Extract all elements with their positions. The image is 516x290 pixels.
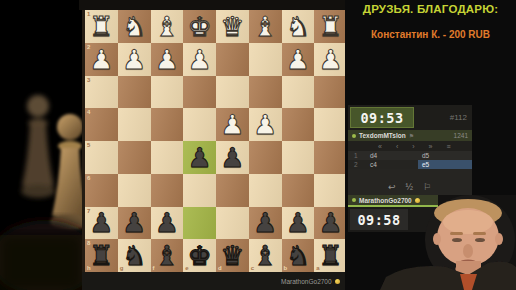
square-d1[interactable]: ♛ — [216, 10, 249, 43]
square-a8[interactable]: ♜a — [314, 239, 347, 272]
square-a6[interactable] — [314, 174, 347, 207]
next-move-icon[interactable]: › — [412, 143, 414, 150]
square-e5[interactable]: ♟ — [183, 141, 216, 174]
square-b1[interactable]: ♞ — [282, 10, 315, 43]
piece-wR: ♜ — [89, 13, 113, 40]
square-e6[interactable] — [183, 174, 216, 207]
square-e3[interactable] — [183, 76, 216, 109]
previous-move-icon[interactable]: ‹ — [396, 143, 398, 150]
piece-bP: ♟ — [286, 209, 310, 236]
top-player-name[interactable]: TexdomMTslon — [359, 132, 406, 139]
square-b3[interactable] — [282, 76, 315, 109]
square-a3[interactable] — [314, 76, 347, 109]
piece-wP: ♟ — [220, 111, 244, 138]
file-label-c: c — [251, 265, 254, 271]
square-h4[interactable]: 4 — [85, 108, 118, 141]
piece-wP: ♟ — [286, 46, 310, 73]
square-e1[interactable]: ♚ — [183, 10, 216, 43]
piece-bB: ♝ — [155, 242, 179, 269]
board-top-edge — [79, 0, 345, 10]
move-white[interactable]: d4 — [366, 152, 418, 159]
square-c2[interactable] — [249, 43, 282, 76]
square-e2[interactable]: ♟ — [183, 43, 216, 76]
file-label-e: e — [185, 265, 188, 271]
square-g1[interactable]: ♞ — [118, 10, 151, 43]
chess-board: ♜1♞♝♚♛♝♞♜♟2♟♟♟♟♟34♟♟5♟♟6♟7♟♟♟♟♟♜h8♞g♝f♚e… — [82, 10, 347, 272]
square-c1[interactable]: ♝ — [249, 10, 282, 43]
piece-bN: ♞ — [122, 242, 146, 269]
piece-bR: ♜ — [89, 242, 113, 269]
rank-label-7: 7 — [87, 208, 90, 214]
jump-to-end-icon[interactable]: » — [429, 143, 433, 150]
webcam-feed — [380, 195, 516, 290]
menu-icon[interactable]: ≡ — [447, 143, 451, 150]
rank-label-1: 1 — [87, 11, 90, 17]
square-d2[interactable] — [216, 43, 249, 76]
square-h7[interactable]: ♟7 — [85, 207, 118, 240]
piece-wN: ♞ — [286, 13, 310, 40]
square-c4[interactable]: ♟ — [249, 108, 282, 141]
smiley-emoji-icon — [335, 279, 340, 284]
online-status-icon — [352, 134, 356, 138]
square-c7[interactable]: ♟ — [249, 207, 282, 240]
donation-entry: Константин К. - 200 RUB — [345, 29, 516, 40]
square-g4[interactable] — [118, 108, 151, 141]
piece-wB: ♝ — [155, 13, 179, 40]
file-label-a: a — [316, 265, 319, 271]
square-d8[interactable]: ♛d — [216, 239, 249, 272]
resign-button[interactable]: ⚐ — [423, 183, 431, 192]
stream-frame: ♜1♞♝♚♛♝♞♜♟2♟♟♟♟♟34♟♟5♟♟6♟7♟♟♟♟♟♜h8♞g♝f♚e… — [0, 0, 516, 290]
square-b6[interactable] — [282, 174, 315, 207]
square-g5[interactable] — [118, 141, 151, 174]
top-player-clock: 09:53 — [350, 107, 414, 128]
piece-wP: ♟ — [319, 46, 343, 73]
move-row-1: 1d4d5 — [348, 151, 472, 160]
square-d3[interactable] — [216, 76, 249, 109]
square-g6[interactable] — [118, 174, 151, 207]
piece-bK: ♚ — [188, 242, 212, 269]
square-h6[interactable]: 6 — [85, 174, 118, 207]
square-d6[interactable] — [216, 174, 249, 207]
rank-label-8: 8 — [87, 240, 90, 246]
piece-wN: ♞ — [122, 13, 146, 40]
square-a1[interactable]: ♜ — [314, 10, 347, 43]
background-chess-pawns-photo — [0, 0, 82, 290]
square-f7[interactable]: ♟ — [151, 207, 184, 240]
piece-bN: ♞ — [286, 242, 310, 269]
rank-label-5: 5 — [87, 142, 90, 148]
move-number: 2 — [348, 161, 366, 168]
piece-bP: ♟ — [220, 144, 244, 171]
square-g7[interactable]: ♟ — [118, 207, 151, 240]
top-clock-row: 09:53 #112 — [348, 105, 472, 130]
piece-bP: ♟ — [319, 209, 343, 236]
square-h2[interactable]: ♟2 — [85, 43, 118, 76]
jump-to-start-icon[interactable]: « — [378, 143, 382, 150]
square-f4[interactable] — [151, 108, 184, 141]
piece-bP: ♟ — [188, 144, 212, 171]
square-b8[interactable]: ♞b — [282, 239, 315, 272]
move-number: 1 — [348, 152, 366, 159]
square-h5[interactable]: 5 — [85, 141, 118, 174]
square-f5[interactable] — [151, 141, 184, 174]
square-c8[interactable]: ♝c — [249, 239, 282, 272]
square-h8[interactable]: ♜h8 — [85, 239, 118, 272]
online-status-icon — [352, 198, 356, 202]
rank-label-4: 4 — [87, 109, 90, 115]
square-f8[interactable]: ♝f — [151, 239, 184, 272]
piece-bP: ♟ — [253, 209, 277, 236]
piece-wP: ♟ — [155, 46, 179, 73]
file-label-g: g — [120, 265, 124, 271]
square-c6[interactable] — [249, 174, 282, 207]
move-row-2: 2c4e5 — [348, 160, 472, 169]
square-e8[interactable]: ♚e — [183, 239, 216, 272]
square-b4[interactable] — [282, 108, 315, 141]
square-d7[interactable] — [216, 207, 249, 240]
rank-label-6: 6 — [87, 175, 90, 181]
square-d5[interactable]: ♟ — [216, 141, 249, 174]
square-f1[interactable]: ♝ — [151, 10, 184, 43]
square-b5[interactable] — [282, 141, 315, 174]
piece-bB: ♝ — [253, 242, 277, 269]
square-g2[interactable]: ♟ — [118, 43, 151, 76]
file-label-h: h — [87, 265, 91, 271]
donation-header: ДРУЗЬЯ. БЛАГОДАРЮ: — [345, 3, 516, 15]
square-h3[interactable]: 3 — [85, 76, 118, 109]
move-list: 1d4d52c4e5 — [348, 151, 472, 169]
top-player-rating: 1241 — [454, 132, 468, 139]
square-b2[interactable]: ♟ — [282, 43, 315, 76]
square-g3[interactable] — [118, 76, 151, 109]
square-a7[interactable]: ♟ — [314, 207, 347, 240]
board-footer-player-name: MarathonGo2700 — [281, 278, 332, 285]
square-e7[interactable] — [183, 207, 216, 240]
square-c3[interactable] — [249, 76, 282, 109]
piece-wB: ♝ — [253, 13, 277, 40]
square-f6[interactable] — [151, 174, 184, 207]
move-white[interactable]: c4 — [366, 161, 418, 168]
piece-wP: ♟ — [122, 46, 146, 73]
file-label-b: b — [284, 265, 288, 271]
square-f3[interactable] — [151, 76, 184, 109]
board-footer-bar: MarathonGo2700 — [82, 272, 347, 290]
square-f2[interactable]: ♟ — [151, 43, 184, 76]
move-black[interactable]: d5 — [418, 152, 472, 159]
piece-wP: ♟ — [253, 111, 277, 138]
piece-bP: ♟ — [89, 209, 113, 236]
square-g8[interactable]: ♞g — [118, 239, 151, 272]
piece-wP: ♟ — [89, 46, 113, 73]
square-a5[interactable] — [314, 141, 347, 174]
piece-bP: ♟ — [155, 209, 179, 236]
move-black[interactable]: e5 — [418, 160, 472, 169]
piece-wR: ♜ — [319, 13, 343, 40]
square-b7[interactable]: ♟ — [282, 207, 315, 240]
draw-offer-button[interactable]: ½ — [406, 183, 414, 192]
piece-bQ: ♛ — [220, 242, 244, 269]
file-label-f: f — [153, 265, 155, 271]
square-h1[interactable]: ♜1 — [85, 10, 118, 43]
square-c5[interactable] — [249, 141, 282, 174]
square-a4[interactable] — [314, 108, 347, 141]
piece-wQ: ♛ — [220, 13, 244, 40]
game-number: #112 — [450, 113, 467, 122]
move-navigation-controls: «‹›»≡ — [348, 141, 472, 151]
piece-bP: ♟ — [122, 209, 146, 236]
square-d4[interactable]: ♟ — [216, 108, 249, 141]
piece-bR: ♜ — [319, 242, 343, 269]
rank-label-2: 2 — [87, 44, 90, 50]
country-flag-icon: ⚑ — [409, 132, 414, 139]
file-label-d: d — [218, 265, 222, 271]
square-a2[interactable]: ♟ — [314, 43, 347, 76]
piece-wK: ♚ — [188, 13, 212, 40]
top-player-row: TexdomMTslon ⚑ 1241 — [348, 130, 472, 141]
square-e4[interactable] — [183, 108, 216, 141]
piece-wP: ♟ — [188, 46, 212, 73]
rank-label-3: 3 — [87, 77, 90, 83]
takeback-button[interactable]: ↩ — [388, 183, 396, 192]
game-actions: ↩½⚐ — [388, 180, 431, 194]
